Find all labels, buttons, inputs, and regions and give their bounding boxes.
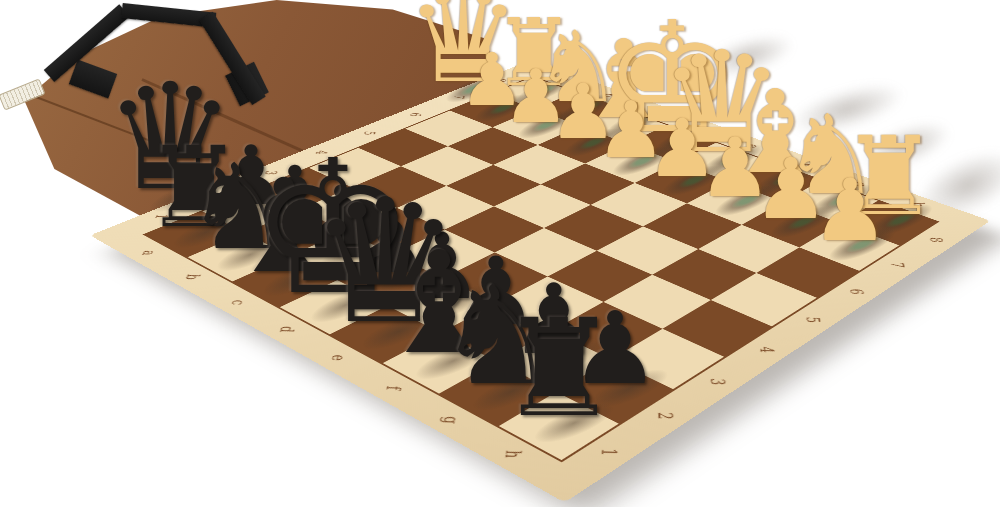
coord-label-file-a-bottom: a: [137, 250, 159, 255]
coord-label-file-d-bottom: d: [275, 326, 299, 333]
coord-label-file-e-bottom: e: [326, 354, 350, 360]
coord-label-rank-3-right: 3: [706, 378, 729, 385]
coord-label-rank-8-right: 8: [926, 237, 948, 242]
board-perspective-wrapper: aabbccddeeffgghh1122334455667788: [249, 0, 839, 507]
coord-label-rank-5-right: 5: [802, 316, 825, 322]
coord-label-rank-2-right: 2: [654, 412, 678, 420]
coord-label-file-f-bottom: f: [381, 386, 405, 391]
coord-label-rank-8-left: 8: [492, 79, 509, 83]
coord-label-rank-1-left: 1: [151, 214, 173, 219]
coord-label-file-c-top: c: [646, 110, 663, 113]
coord-label-file-d-top: d: [694, 126, 712, 130]
coord-label-rank-7-left: 7: [451, 95, 468, 99]
coord-label-file-g-bottom: g: [438, 416, 463, 424]
coord-label-file-h-top: h: [908, 202, 929, 207]
product-photo-scene: aabbccddeeffgghh1122334455667788 ♛♜♞♟♝♟♚…: [0, 0, 1000, 507]
coord-label-rank-7-right: 7: [887, 262, 909, 268]
coord-label-file-a-top: a: [557, 78, 573, 81]
coord-label-rank-1-right: 1: [597, 448, 622, 456]
coord-label-rank-2-left: 2: [208, 192, 229, 197]
coord-label-rank-4-right: 4: [756, 346, 779, 353]
coord-label-rank-6-right: 6: [846, 288, 868, 294]
coord-label-file-e-top: e: [744, 144, 762, 148]
coord-label-rank-3-left: 3: [261, 170, 281, 175]
coord-label-file-b-top: b: [600, 93, 617, 97]
coord-label-file-h-bottom: h: [500, 450, 525, 458]
coord-label-rank-4-left: 4: [312, 150, 331, 154]
coord-label-file-b-bottom: b: [181, 274, 204, 280]
coord-label-file-c-bottom: c: [227, 300, 250, 306]
coord-label-file-g-top: g: [850, 182, 870, 187]
coord-label-file-f-top: f: [796, 163, 815, 166]
playing-area: [144, 76, 938, 461]
coord-label-rank-6-left: 6: [407, 113, 425, 117]
coord-label-rank-5-left: 5: [361, 131, 380, 135]
